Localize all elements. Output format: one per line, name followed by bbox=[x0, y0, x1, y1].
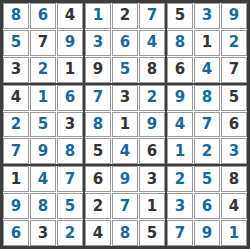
cell-r8c1[interactable]: 9 bbox=[3, 193, 29, 219]
cell-r6c9[interactable]: 3 bbox=[221, 138, 247, 164]
cell-r3c2[interactable]: 2 bbox=[30, 57, 56, 83]
cell-r8c4[interactable]: 2 bbox=[85, 193, 111, 219]
cell-r4c6[interactable]: 2 bbox=[139, 85, 165, 111]
cell-r2c1[interactable]: 5 bbox=[3, 30, 29, 56]
cell-r6c6[interactable]: 6 bbox=[139, 138, 165, 164]
box-5: 732819546 bbox=[85, 85, 165, 165]
cell-r3c6[interactable]: 8 bbox=[139, 57, 165, 83]
cell-r8c2[interactable]: 8 bbox=[30, 193, 56, 219]
cell-r6c2[interactable]: 9 bbox=[30, 138, 56, 164]
box-3: 539812647 bbox=[167, 3, 247, 83]
cell-r8c5[interactable]: 7 bbox=[112, 193, 138, 219]
cell-r5c7[interactable]: 4 bbox=[167, 112, 193, 138]
cell-r2c3[interactable]: 9 bbox=[57, 30, 83, 56]
cell-r7c4[interactable]: 6 bbox=[85, 166, 111, 192]
cell-r4c2[interactable]: 1 bbox=[30, 85, 56, 111]
cell-r6c5[interactable]: 4 bbox=[112, 138, 138, 164]
cell-r1c9[interactable]: 9 bbox=[221, 3, 247, 29]
cell-r1c1[interactable]: 8 bbox=[3, 3, 29, 29]
cell-r4c5[interactable]: 3 bbox=[112, 85, 138, 111]
cell-r7c8[interactable]: 5 bbox=[194, 166, 220, 192]
cell-r9c3[interactable]: 2 bbox=[57, 220, 83, 246]
cell-r2c4[interactable]: 3 bbox=[85, 30, 111, 56]
cell-r8c3[interactable]: 5 bbox=[57, 193, 83, 219]
cell-r7c3[interactable]: 7 bbox=[57, 166, 83, 192]
cell-r9c4[interactable]: 4 bbox=[85, 220, 111, 246]
cell-r6c8[interactable]: 2 bbox=[194, 138, 220, 164]
cell-r7c2[interactable]: 4 bbox=[30, 166, 56, 192]
cell-r1c3[interactable]: 4 bbox=[57, 3, 83, 29]
cell-r3c3[interactable]: 1 bbox=[57, 57, 83, 83]
cell-r1c6[interactable]: 7 bbox=[139, 3, 165, 29]
cell-r3c4[interactable]: 9 bbox=[85, 57, 111, 83]
cell-r5c3[interactable]: 3 bbox=[57, 112, 83, 138]
cell-r1c5[interactable]: 2 bbox=[112, 3, 138, 29]
cell-r1c7[interactable]: 5 bbox=[167, 3, 193, 29]
cell-r2c2[interactable]: 7 bbox=[30, 30, 56, 56]
cell-r6c7[interactable]: 1 bbox=[167, 138, 193, 164]
cell-r9c8[interactable]: 9 bbox=[194, 220, 220, 246]
cell-r4c7[interactable]: 9 bbox=[167, 85, 193, 111]
cell-r4c3[interactable]: 6 bbox=[57, 85, 83, 111]
cell-r8c7[interactable]: 3 bbox=[167, 193, 193, 219]
cell-r8c9[interactable]: 4 bbox=[221, 193, 247, 219]
cell-r1c4[interactable]: 1 bbox=[85, 3, 111, 29]
cell-r2c9[interactable]: 2 bbox=[221, 30, 247, 56]
cell-r9c5[interactable]: 8 bbox=[112, 220, 138, 246]
sudoku-board: 8645793211273649585398126474162537987328… bbox=[0, 0, 250, 249]
cell-r5c5[interactable]: 1 bbox=[112, 112, 138, 138]
cell-r9c6[interactable]: 5 bbox=[139, 220, 165, 246]
cell-r2c7[interactable]: 8 bbox=[167, 30, 193, 56]
cell-r5c1[interactable]: 2 bbox=[3, 112, 29, 138]
cell-r2c5[interactable]: 6 bbox=[112, 30, 138, 56]
box-9: 258364791 bbox=[167, 166, 247, 246]
cell-r2c6[interactable]: 4 bbox=[139, 30, 165, 56]
cell-r7c7[interactable]: 2 bbox=[167, 166, 193, 192]
cell-r3c1[interactable]: 3 bbox=[3, 57, 29, 83]
cell-r9c9[interactable]: 1 bbox=[221, 220, 247, 246]
box-7: 147985632 bbox=[3, 166, 83, 246]
cell-r5c2[interactable]: 5 bbox=[30, 112, 56, 138]
cell-r2c8[interactable]: 1 bbox=[194, 30, 220, 56]
cell-r7c5[interactable]: 9 bbox=[112, 166, 138, 192]
cell-r7c1[interactable]: 1 bbox=[3, 166, 29, 192]
cell-r4c1[interactable]: 4 bbox=[3, 85, 29, 111]
cell-r1c2[interactable]: 6 bbox=[30, 3, 56, 29]
cell-r1c8[interactable]: 3 bbox=[194, 3, 220, 29]
cell-r9c2[interactable]: 3 bbox=[30, 220, 56, 246]
box-6: 985476123 bbox=[167, 85, 247, 165]
cell-r5c8[interactable]: 7 bbox=[194, 112, 220, 138]
cell-r7c9[interactable]: 8 bbox=[221, 166, 247, 192]
cell-r4c8[interactable]: 8 bbox=[194, 85, 220, 111]
cell-r8c6[interactable]: 1 bbox=[139, 193, 165, 219]
box-2: 127364958 bbox=[85, 3, 165, 83]
cell-r5c6[interactable]: 9 bbox=[139, 112, 165, 138]
cell-r5c9[interactable]: 6 bbox=[221, 112, 247, 138]
cell-r9c1[interactable]: 6 bbox=[3, 220, 29, 246]
cell-r3c9[interactable]: 7 bbox=[221, 57, 247, 83]
cell-r3c5[interactable]: 5 bbox=[112, 57, 138, 83]
cell-r7c6[interactable]: 3 bbox=[139, 166, 165, 192]
cell-r4c9[interactable]: 5 bbox=[221, 85, 247, 111]
cell-r6c3[interactable]: 8 bbox=[57, 138, 83, 164]
box-1: 864579321 bbox=[3, 3, 83, 83]
cell-r4c4[interactable]: 7 bbox=[85, 85, 111, 111]
cell-r9c7[interactable]: 7 bbox=[167, 220, 193, 246]
box-4: 416253798 bbox=[3, 85, 83, 165]
box-8: 693271485 bbox=[85, 166, 165, 246]
cell-r3c7[interactable]: 6 bbox=[167, 57, 193, 83]
cell-r5c4[interactable]: 8 bbox=[85, 112, 111, 138]
cell-r8c8[interactable]: 6 bbox=[194, 193, 220, 219]
cell-r6c1[interactable]: 7 bbox=[3, 138, 29, 164]
cell-r6c4[interactable]: 5 bbox=[85, 138, 111, 164]
cell-r3c8[interactable]: 4 bbox=[194, 57, 220, 83]
